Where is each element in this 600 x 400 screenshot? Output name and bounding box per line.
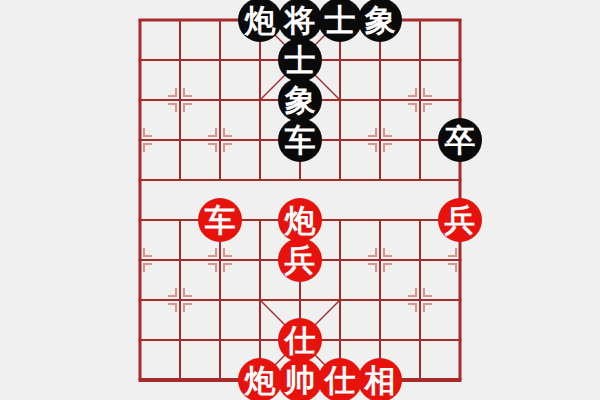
piece-black-elephant[interactable]: 象: [358, 0, 402, 42]
piece-red-cannon[interactable]: 炮: [278, 198, 322, 242]
piece-black-chariot[interactable]: 车: [278, 118, 322, 162]
piece-black-soldier[interactable]: 卒: [438, 118, 482, 162]
xiangqi-board[interactable]: 炮将士象士象车卒车炮兵兵仕炮帅仕相: [120, 0, 480, 400]
piece-red-advisor[interactable]: 仕: [278, 318, 322, 362]
piece-red-soldier[interactable]: 兵: [278, 238, 322, 282]
piece-red-soldier[interactable]: 兵: [438, 198, 482, 242]
piece-black-elephant[interactable]: 象: [278, 78, 322, 122]
piece-black-advisor[interactable]: 士: [278, 38, 322, 82]
piece-red-advisor[interactable]: 仕: [318, 358, 362, 400]
piece-black-general[interactable]: 将: [278, 0, 322, 42]
xiangqi-screenshot: 炮将士象士象车卒车炮兵兵仕炮帅仕相: [0, 0, 600, 400]
piece-black-advisor[interactable]: 士: [318, 0, 362, 42]
piece-red-cannon[interactable]: 炮: [238, 358, 282, 400]
piece-red-chariot[interactable]: 车: [198, 198, 242, 242]
piece-black-cannon[interactable]: 炮: [238, 0, 282, 42]
piece-red-general[interactable]: 帅: [278, 358, 322, 400]
piece-red-elephant[interactable]: 相: [358, 358, 402, 400]
